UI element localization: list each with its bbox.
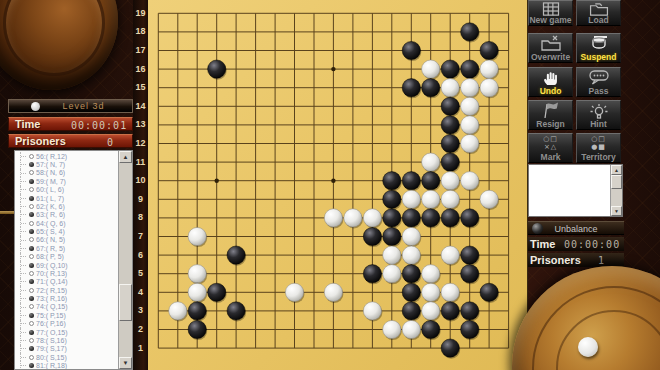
stone-black <box>402 265 420 283</box>
move-list-item[interactable]: 75:( P,15) <box>17 311 118 319</box>
pass-button[interactable]: Pass <box>576 67 621 97</box>
move-list-item[interactable]: 65:( S, 4) <box>17 227 118 235</box>
stone-black <box>383 172 401 190</box>
load-label: Load <box>577 15 620 25</box>
move-label: 66:( N, 5) <box>36 236 65 243</box>
move-label: 73:( R,16) <box>36 295 67 302</box>
prisoners-value: 0 <box>107 136 114 149</box>
mark-button[interactable]: ○□×△ Mark <box>528 133 573 163</box>
move-label: 81:( R,18) <box>36 362 67 369</box>
stone-white <box>402 320 420 338</box>
move-list-item[interactable]: 68:( P, 5) <box>17 253 118 261</box>
move-list-item[interactable]: 56:( R,12) <box>17 152 118 160</box>
move-list-item[interactable]: 57:( N, 7) <box>17 160 118 168</box>
tree-connector <box>20 202 28 210</box>
white-stone-on-bowl <box>578 337 598 357</box>
black-prisoners-bar: Prisoners 0 <box>8 134 133 148</box>
stone-white <box>363 302 381 320</box>
stone-black <box>422 320 440 338</box>
move-list-item[interactable]: 81:( R,18) <box>17 361 118 369</box>
stone-black <box>402 79 420 97</box>
stone-black <box>383 209 401 227</box>
move-list-item[interactable]: 67:( R, 5) <box>17 244 118 252</box>
move-label: 58:( N, 6) <box>36 169 65 176</box>
tree-connector <box>20 320 28 328</box>
stone-black <box>208 60 226 78</box>
flag-icon <box>529 102 572 119</box>
board-row-label: 18 <box>133 26 148 36</box>
listbox-scrollbar[interactable]: ▲ ▼ <box>610 165 622 216</box>
stone-white <box>188 227 206 245</box>
undo-label: Undo <box>529 86 572 96</box>
board-row-label: 7 <box>133 231 148 241</box>
stone-black <box>227 246 245 264</box>
tree-connector <box>20 269 28 277</box>
tree-connector <box>20 311 28 319</box>
stone-black <box>188 320 206 338</box>
black-stone-icon <box>29 296 34 301</box>
move-list-item[interactable]: 61:( L, 7) <box>17 194 118 202</box>
stone-white <box>441 190 459 208</box>
time-label: Time <box>530 238 555 250</box>
white-stone-icon <box>29 304 34 309</box>
stone-white <box>461 79 479 97</box>
stone-white <box>188 265 206 283</box>
stone-white <box>169 302 187 320</box>
stone-black <box>402 283 420 301</box>
move-label: 80:( S,15) <box>36 354 67 361</box>
tree-connector <box>20 278 28 286</box>
white-time-bar: Time 00:00:00 <box>528 237 624 251</box>
stone-black <box>383 227 401 245</box>
move-list-item[interactable]: 63:( R, 6) <box>17 211 118 219</box>
tree-connector <box>20 303 28 311</box>
new-game-label: New game <box>529 15 572 25</box>
move-list-item[interactable]: 71:( Q,14) <box>17 278 118 286</box>
stone-white <box>285 283 303 301</box>
move-list-item[interactable]: 66:( N, 5) <box>17 236 118 244</box>
stone-black <box>441 302 459 320</box>
stone-black <box>480 41 498 59</box>
tree-connector <box>20 294 28 302</box>
go-app-window: Level 3d Time 00:00:01 Prisoners 0 56:( … <box>0 0 660 370</box>
stone-black <box>461 320 479 338</box>
scroll-down-icon[interactable]: ▼ <box>119 357 132 369</box>
stone-white <box>422 283 440 301</box>
prisoners-label: Prisoners <box>15 135 66 148</box>
time-value: 00:00:01 <box>71 119 127 132</box>
stone-black <box>441 134 459 152</box>
scroll-up-icon[interactable]: ▲ <box>611 165 622 175</box>
move-label: 74:( Q,15) <box>36 303 68 310</box>
move-label: 67:( R, 5) <box>36 245 65 252</box>
stone-white <box>402 246 420 264</box>
stone-black <box>441 153 459 171</box>
folder-save-icon <box>529 35 572 52</box>
move-label: 79:( S,17) <box>36 345 67 352</box>
white-stone-icon <box>29 187 34 192</box>
stone-white <box>461 116 479 134</box>
white-prisoners-bar: Prisoners 1 <box>528 253 624 267</box>
territory-shapes-icon: ○□●■ <box>577 135 620 152</box>
black-stone-icon <box>29 330 34 335</box>
board-row-label: 2 <box>133 324 148 334</box>
black-stone-icon <box>29 279 34 284</box>
stone-black <box>441 339 459 357</box>
stone-black <box>441 209 459 227</box>
white-stone-icon <box>29 288 34 293</box>
move-list-item[interactable]: 74:( Q,15) <box>17 303 118 311</box>
move-label: 70:( R,13) <box>36 270 67 277</box>
white-stone-icon <box>29 338 34 343</box>
white-stone-icon <box>29 170 34 175</box>
star-point <box>331 67 335 71</box>
board-row-label: 9 <box>133 194 148 204</box>
prisoners-value: 1 <box>598 255 605 266</box>
stone-black <box>461 23 479 41</box>
move-list-item[interactable]: 77:( O,15) <box>17 328 118 336</box>
move-list-item[interactable]: 69:( Q,10) <box>17 261 118 269</box>
level-bar: Level 3d <box>8 99 133 113</box>
undo-button[interactable]: Undo <box>528 67 573 97</box>
board-row-label: 10 <box>133 175 148 185</box>
black-stone-icon <box>29 263 34 268</box>
hand-icon <box>529 69 572 86</box>
scroll-up-icon[interactable]: ▲ <box>119 151 132 163</box>
move-label: 68:( P, 5) <box>36 253 64 260</box>
scrollbar-thumb[interactable] <box>119 284 132 321</box>
tree-connector <box>20 336 28 344</box>
black-stone-icon <box>29 162 34 167</box>
white-stone-icon <box>29 221 34 226</box>
move-label: 62:( K, 6) <box>36 203 65 210</box>
stone-black <box>480 283 498 301</box>
stone-black <box>422 172 440 190</box>
tree-connector <box>20 160 28 168</box>
move-label: 72:( R,15) <box>36 287 67 294</box>
black-stone-icon <box>29 179 34 184</box>
tree-connector <box>20 194 28 202</box>
hint-label: Hint <box>577 119 620 129</box>
board-row-label: 3 <box>133 305 148 315</box>
tree-connector <box>20 244 28 252</box>
tree-connector <box>20 227 28 235</box>
stone-white <box>383 246 401 264</box>
black-stone-icon <box>29 229 34 234</box>
stone-bowl-icon <box>577 35 620 52</box>
tree-connector <box>20 219 28 227</box>
white-stone-icon <box>29 271 34 276</box>
stone-white <box>422 265 440 283</box>
stone-white <box>461 134 479 152</box>
board-row-label: 6 <box>133 250 148 260</box>
stone-black <box>461 302 479 320</box>
unbalance-bar: Unbalance <box>528 221 624 235</box>
board-row-label: 13 <box>133 119 148 129</box>
suspend-button[interactable]: Suspend <box>576 33 621 63</box>
white-stone-icon <box>29 204 34 209</box>
board-row-label: 8 <box>133 212 148 222</box>
board-row-label: 5 <box>133 268 148 278</box>
board-row-label: 15 <box>133 82 148 92</box>
stone-white <box>480 79 498 97</box>
tree-connector <box>20 361 28 369</box>
stone-white <box>188 283 206 301</box>
stone-white <box>324 283 342 301</box>
board-row-label: 1 <box>133 343 148 353</box>
mark-shapes-icon: ○□×△ <box>529 135 572 152</box>
move-list-item[interactable]: 62:( K, 6) <box>17 202 118 210</box>
suspend-label: Suspend <box>577 52 620 62</box>
tree-connector <box>20 186 28 194</box>
move-label: 59:( M, 7) <box>36 178 66 185</box>
stone-white <box>324 209 342 227</box>
wooden-stone-bowl-top-left <box>0 0 118 90</box>
stone-black <box>461 60 479 78</box>
stone-black <box>402 172 420 190</box>
move-label: 78:( S,16) <box>36 337 67 344</box>
move-list[interactable]: 56:( R,12)57:( N, 7)58:( N, 6)59:( M, 7)… <box>14 150 133 370</box>
level-label: Level 3d <box>9 100 132 113</box>
star-point <box>215 179 219 183</box>
stone-white <box>402 190 420 208</box>
black-stone-icon <box>29 212 34 217</box>
stone-white <box>422 302 440 320</box>
tree-connector <box>20 177 28 185</box>
white-stone-icon <box>29 355 34 360</box>
move-list-item[interactable]: 60:( L, 6) <box>17 186 118 194</box>
star-point <box>331 179 335 183</box>
board-row-label: 17 <box>133 45 148 55</box>
stone-black <box>461 246 479 264</box>
stone-black <box>461 265 479 283</box>
stone-black <box>402 209 420 227</box>
stone-white <box>461 172 479 190</box>
black-stone-icon <box>29 246 34 251</box>
board-row-label: 14 <box>133 101 148 111</box>
stone-white <box>422 60 440 78</box>
move-label: 61:( L, 7) <box>36 195 64 202</box>
tree-connector <box>20 169 28 177</box>
move-list-item[interactable]: 58:( N, 6) <box>17 169 118 177</box>
move-list-item[interactable]: 59:( M, 7) <box>17 177 118 185</box>
lightbulb-icon <box>577 102 620 119</box>
black-stone-icon <box>29 346 34 351</box>
stone-white <box>344 209 362 227</box>
move-list-item[interactable]: 70:( R,13) <box>17 269 118 277</box>
time-value: 00:00:00 <box>564 239 620 250</box>
stone-black <box>227 302 245 320</box>
tree-connector <box>20 253 28 261</box>
black-stone-icon <box>29 313 34 318</box>
new-game-button[interactable]: New game <box>528 0 573 26</box>
stone-black <box>402 302 420 320</box>
move-label: 60:( L, 6) <box>36 186 64 193</box>
move-label: 69:( Q,10) <box>36 262 68 269</box>
move-label: 76:( P,16) <box>36 320 66 327</box>
white-stone-icon <box>29 237 34 242</box>
move-list-item[interactable]: 64:( Q, 6) <box>17 219 118 227</box>
tree-connector <box>20 152 28 160</box>
stone-black <box>208 283 226 301</box>
move-list-item[interactable]: 72:( R,15) <box>17 286 118 294</box>
stone-white <box>363 209 381 227</box>
stone-white <box>441 283 459 301</box>
stone-black <box>422 209 440 227</box>
territory-button[interactable]: ○□●■ Territory <box>576 133 621 163</box>
stone-black <box>363 227 381 245</box>
move-list-item[interactable]: 78:( S,16) <box>17 336 118 344</box>
board-row-label: 4 <box>133 287 148 297</box>
stone-white <box>383 265 401 283</box>
mark-label: Mark <box>529 152 572 162</box>
tree-connector <box>20 286 28 294</box>
stone-white <box>480 190 498 208</box>
move-label: 75:( P,15) <box>36 312 66 319</box>
territory-label: Territory <box>577 152 620 162</box>
move-list-item[interactable]: 80:( S,15) <box>17 353 118 361</box>
move-label: 63:( R, 6) <box>36 211 65 218</box>
load-button[interactable]: Load <box>576 0 621 26</box>
unbalance-label: Unbalance <box>528 222 624 236</box>
white-stone-icon <box>29 254 34 259</box>
stone-white <box>441 246 459 264</box>
stone-black <box>422 79 440 97</box>
stone-white <box>480 60 498 78</box>
white-stone-icon <box>29 321 34 326</box>
move-label: 64:( Q, 6) <box>36 220 66 227</box>
board-row-label: 11 <box>133 157 148 167</box>
move-label: 71:( Q,14) <box>36 278 68 285</box>
black-stone-icon <box>29 196 34 201</box>
stone-black <box>441 60 459 78</box>
analysis-listbox[interactable]: ▲ ▼ <box>528 164 623 217</box>
tree-connector <box>20 211 28 219</box>
tree-connector <box>20 261 28 269</box>
stone-white <box>383 320 401 338</box>
stone-white <box>441 79 459 97</box>
pass-label: Pass <box>577 86 620 96</box>
move-label: 57:( N, 7) <box>36 161 65 168</box>
go-board[interactable] <box>148 0 528 370</box>
resign-button[interactable]: Resign <box>528 100 573 130</box>
move-label: 56:( R,12) <box>36 153 67 160</box>
overwrite-label: Overwrite <box>529 52 572 62</box>
stone-black <box>441 97 459 115</box>
time-label: Time <box>15 118 40 131</box>
tree-connector <box>20 345 28 353</box>
tree-connector <box>20 353 28 361</box>
tree-connector <box>20 236 28 244</box>
stone-black <box>363 265 381 283</box>
move-list-item[interactable]: 73:( R,16) <box>17 294 118 302</box>
stone-black <box>188 302 206 320</box>
stone-white <box>422 153 440 171</box>
move-label: 77:( O,15) <box>36 329 68 336</box>
scrollbar-thumb[interactable] <box>611 175 622 189</box>
board-row-label: 19 <box>133 8 148 18</box>
board-row-label: 16 <box>133 64 148 74</box>
move-label: 65:( S, 4) <box>36 228 65 235</box>
move-list-item[interactable]: 79:( S,17) <box>17 345 118 353</box>
speech-bubble-icon <box>577 69 620 86</box>
resign-label: Resign <box>529 119 572 129</box>
prisoners-label: Prisoners <box>530 254 581 266</box>
stone-black <box>441 116 459 134</box>
overwrite-button[interactable]: Overwrite <box>528 33 573 63</box>
stone-white <box>402 227 420 245</box>
stone-black <box>461 209 479 227</box>
move-list-item[interactable]: 76:( P,16) <box>17 320 118 328</box>
board-row-label: 12 <box>133 138 148 148</box>
stone-white <box>461 97 479 115</box>
stone-black <box>402 41 420 59</box>
tree-connector <box>20 328 28 336</box>
stone-white <box>422 190 440 208</box>
black-stone-icon <box>29 363 34 368</box>
stone-black <box>383 190 401 208</box>
scroll-down-icon[interactable]: ▼ <box>611 206 622 216</box>
hint-button[interactable]: Hint <box>576 100 621 130</box>
black-time-bar: Time 00:00:01 <box>8 117 133 131</box>
stone-white <box>441 172 459 190</box>
move-list-scrollbar[interactable]: ▲ ▼ <box>118 151 132 369</box>
white-stone-icon <box>29 154 34 159</box>
